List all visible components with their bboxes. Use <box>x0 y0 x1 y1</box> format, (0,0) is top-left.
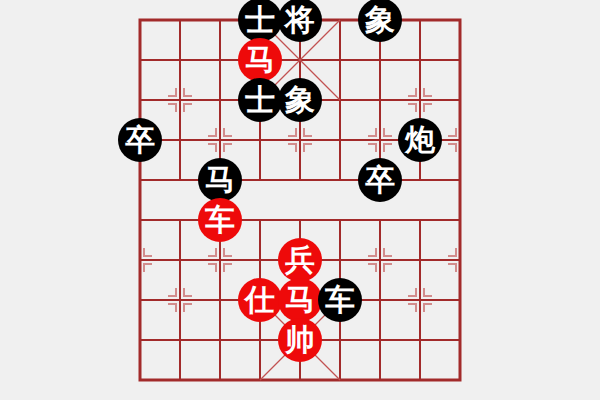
xiangqi-board[interactable]: 士将象马士象卒炮马卒车兵仕马车帅 <box>140 20 460 380</box>
piece-black-soldier[interactable]: 卒 <box>118 118 162 162</box>
piece-black-advisor[interactable]: 士 <box>238 0 282 42</box>
piece-red-advisor[interactable]: 仕 <box>238 278 282 322</box>
piece-black-soldier[interactable]: 卒 <box>358 158 402 202</box>
piece-red-soldier[interactable]: 兵 <box>278 238 322 282</box>
piece-layer: 士将象马士象卒炮马卒车兵仕马车帅 <box>120 0 480 400</box>
piece-black-elephant[interactable]: 象 <box>358 0 402 42</box>
piece-black-advisor[interactable]: 士 <box>238 78 282 122</box>
piece-red-chariot[interactable]: 车 <box>198 198 242 242</box>
piece-black-chariot[interactable]: 车 <box>318 278 362 322</box>
piece-red-horse[interactable]: 马 <box>278 278 322 322</box>
piece-black-horse[interactable]: 马 <box>198 158 242 202</box>
piece-black-cannon[interactable]: 炮 <box>398 118 442 162</box>
piece-black-general[interactable]: 将 <box>278 0 322 42</box>
piece-black-elephant[interactable]: 象 <box>278 78 322 122</box>
piece-red-horse[interactable]: 马 <box>238 38 282 82</box>
piece-red-general[interactable]: 帅 <box>278 318 322 362</box>
